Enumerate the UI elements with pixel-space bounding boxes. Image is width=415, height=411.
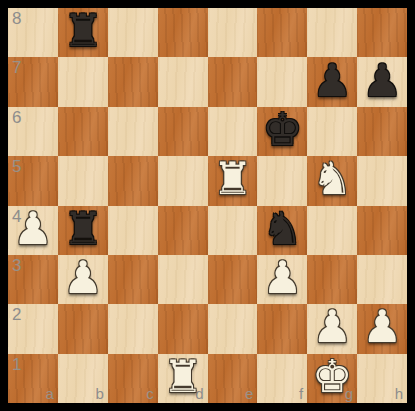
piece-white-pawn[interactable]: ♟: [13, 206, 53, 251]
square-e6[interactable]: [208, 107, 258, 156]
file-label-e: e: [245, 386, 253, 401]
square-g7[interactable]: ♟: [307, 57, 357, 106]
square-a7[interactable]: 7: [8, 57, 58, 106]
square-b4[interactable]: ♜: [58, 206, 108, 255]
square-e8[interactable]: [208, 8, 258, 57]
chess-board-frame: 8♜7♟♟6♚5♜♞4♟♜♞3♟♟2♟♟1abcd♜efg♚h: [0, 0, 415, 411]
square-a6[interactable]: 6: [8, 107, 58, 156]
piece-black-king[interactable]: ♚: [262, 107, 302, 152]
square-e5[interactable]: ♜: [208, 156, 258, 205]
file-label-a: a: [46, 386, 54, 401]
square-e3[interactable]: [208, 255, 258, 304]
chess-board: 8♜7♟♟6♚5♜♞4♟♜♞3♟♟2♟♟1abcd♜efg♚h: [8, 8, 407, 403]
square-g4[interactable]: [307, 206, 357, 255]
rank-label-5: 5: [12, 158, 21, 175]
square-d5[interactable]: [158, 156, 208, 205]
file-label-c: c: [146, 386, 154, 401]
square-g5[interactable]: ♞: [307, 156, 357, 205]
square-f5[interactable]: [257, 156, 307, 205]
square-g8[interactable]: [307, 8, 357, 57]
square-f7[interactable]: [257, 57, 307, 106]
square-g6[interactable]: [307, 107, 357, 156]
square-e7[interactable]: [208, 57, 258, 106]
file-label-b: b: [95, 386, 103, 401]
square-g1[interactable]: g♚: [307, 354, 357, 403]
rank-label-3: 3: [12, 257, 21, 274]
square-c6[interactable]: [108, 107, 158, 156]
piece-white-rook[interactable]: ♜: [212, 156, 252, 201]
rank-label-1: 1: [12, 356, 21, 373]
square-b5[interactable]: [58, 156, 108, 205]
square-a8[interactable]: 8: [8, 8, 58, 57]
square-d8[interactable]: [158, 8, 208, 57]
piece-white-king[interactable]: ♚: [312, 354, 352, 399]
square-h2[interactable]: ♟: [357, 304, 407, 353]
square-a2[interactable]: 2: [8, 304, 58, 353]
piece-black-rook[interactable]: ♜: [63, 8, 103, 53]
square-h8[interactable]: [357, 8, 407, 57]
square-a5[interactable]: 5: [8, 156, 58, 205]
piece-white-pawn[interactable]: ♟: [262, 255, 302, 300]
square-a1[interactable]: 1a: [8, 354, 58, 403]
square-c4[interactable]: [108, 206, 158, 255]
square-a4[interactable]: 4♟: [8, 206, 58, 255]
square-b6[interactable]: [58, 107, 108, 156]
square-h1[interactable]: h: [357, 354, 407, 403]
square-f3[interactable]: ♟: [257, 255, 307, 304]
rank-label-8: 8: [12, 10, 21, 27]
square-f4[interactable]: ♞: [257, 206, 307, 255]
square-d2[interactable]: [158, 304, 208, 353]
square-c3[interactable]: [108, 255, 158, 304]
square-e1[interactable]: e: [208, 354, 258, 403]
square-c5[interactable]: [108, 156, 158, 205]
square-d3[interactable]: [158, 255, 208, 304]
square-c1[interactable]: c: [108, 354, 158, 403]
square-f2[interactable]: [257, 304, 307, 353]
rank-label-7: 7: [12, 59, 21, 76]
square-f1[interactable]: f: [257, 354, 307, 403]
square-d4[interactable]: [158, 206, 208, 255]
piece-white-pawn[interactable]: ♟: [362, 304, 402, 349]
square-f8[interactable]: [257, 8, 307, 57]
square-h4[interactable]: [357, 206, 407, 255]
square-b8[interactable]: ♜: [58, 8, 108, 57]
square-b2[interactable]: [58, 304, 108, 353]
file-label-f: f: [299, 386, 303, 401]
square-d1[interactable]: d♜: [158, 354, 208, 403]
piece-black-pawn[interactable]: ♟: [362, 58, 402, 103]
square-a3[interactable]: 3: [8, 255, 58, 304]
file-label-h: h: [395, 386, 403, 401]
rank-label-6: 6: [12, 109, 21, 126]
square-f6[interactable]: ♚: [257, 107, 307, 156]
square-e2[interactable]: [208, 304, 258, 353]
square-e4[interactable]: [208, 206, 258, 255]
square-c2[interactable]: [108, 304, 158, 353]
piece-white-rook[interactable]: ♜: [162, 354, 202, 399]
square-c8[interactable]: [108, 8, 158, 57]
square-d7[interactable]: [158, 57, 208, 106]
square-b7[interactable]: [58, 57, 108, 106]
square-g3[interactable]: [307, 255, 357, 304]
square-d6[interactable]: [158, 107, 208, 156]
piece-black-knight[interactable]: ♞: [262, 206, 302, 251]
square-c7[interactable]: [108, 57, 158, 106]
square-g2[interactable]: ♟: [307, 304, 357, 353]
piece-black-pawn[interactable]: ♟: [312, 58, 352, 103]
piece-white-pawn[interactable]: ♟: [312, 304, 352, 349]
square-h7[interactable]: ♟: [357, 57, 407, 106]
piece-black-rook[interactable]: ♜: [63, 206, 103, 251]
square-b3[interactable]: ♟: [58, 255, 108, 304]
piece-white-pawn[interactable]: ♟: [63, 255, 103, 300]
piece-white-knight[interactable]: ♞: [312, 156, 352, 201]
square-h5[interactable]: [357, 156, 407, 205]
square-h6[interactable]: [357, 107, 407, 156]
rank-label-2: 2: [12, 306, 21, 323]
square-h3[interactable]: [357, 255, 407, 304]
square-b1[interactable]: b: [58, 354, 108, 403]
